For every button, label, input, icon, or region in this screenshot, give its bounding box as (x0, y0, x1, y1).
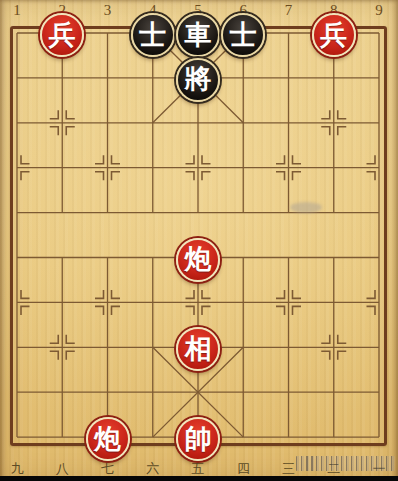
piece-glyph: 兵 (49, 22, 76, 49)
red-soldier[interactable]: 兵 (40, 13, 84, 57)
piece-glyph: 炮 (185, 246, 212, 273)
file-label-top-3: 3 (95, 2, 121, 19)
red-cannon[interactable]: 炮 (86, 417, 130, 461)
bottom-black-bar (0, 476, 398, 481)
river-watermark-smudge (290, 202, 322, 213)
piece-glyph: 士 (139, 22, 166, 49)
piece-glyph: 炮 (94, 426, 121, 453)
piece-glyph: 兵 (320, 22, 347, 49)
red-elephant[interactable]: 相 (176, 327, 220, 371)
black-general[interactable]: 將 (176, 58, 220, 102)
piece-glyph: 將 (185, 66, 212, 93)
piece-glyph: 相 (185, 336, 212, 363)
red-soldier[interactable]: 兵 (312, 13, 356, 57)
piece-glyph: 帥 (185, 426, 212, 453)
corner-watermark (296, 456, 395, 471)
piece-glyph: 士 (230, 22, 257, 49)
piece-glyph: 車 (185, 22, 212, 49)
black-advisor[interactable]: 士 (131, 13, 175, 57)
red-cannon[interactable]: 炮 (176, 238, 220, 282)
black-advisor[interactable]: 士 (221, 13, 265, 57)
black-chariot[interactable]: 車 (176, 13, 220, 57)
xiangqi-app: 123456789九八七六五四三二一 兵士車士兵將炮相炮帥 (0, 0, 398, 481)
file-label-top-1: 1 (4, 2, 30, 19)
red-general[interactable]: 帥 (176, 417, 220, 461)
file-label-top-7: 7 (276, 2, 302, 19)
file-label-top-9: 9 (366, 2, 392, 19)
